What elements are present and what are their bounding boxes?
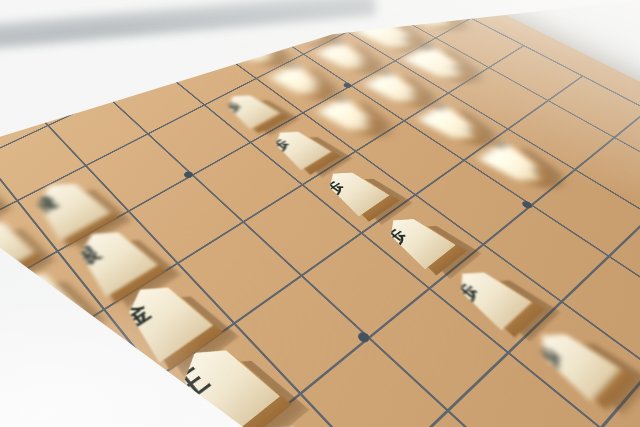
shogi-photo-scene: 123456789歩兵金将玉将香車香車歩兵銀将金将桂馬桂馬飛車歩兵歩兵歩兵銀将飛… [0, 0, 640, 427]
shogi-board: 123456789歩兵金将玉将香車香車歩兵銀将金将桂馬桂馬飛車歩兵歩兵歩兵銀将飛… [0, 0, 640, 427]
